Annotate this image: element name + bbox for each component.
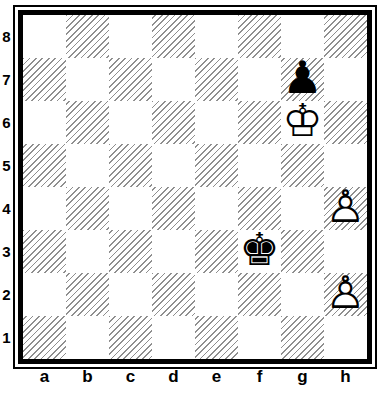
square-b1[interactable] xyxy=(66,316,109,359)
square-g7[interactable]: ♟ xyxy=(281,58,324,101)
square-b4[interactable] xyxy=(66,187,109,230)
square-g1[interactable] xyxy=(281,316,324,359)
square-d7[interactable] xyxy=(152,58,195,101)
square-a5[interactable] xyxy=(23,144,66,187)
square-e1[interactable] xyxy=(195,316,238,359)
square-c4[interactable] xyxy=(109,187,152,230)
square-f4[interactable] xyxy=(238,187,281,230)
square-g8[interactable] xyxy=(281,15,324,58)
square-d3[interactable] xyxy=(152,230,195,273)
piece-white-pawn-h2[interactable]: ♙ xyxy=(324,271,367,314)
square-d5[interactable] xyxy=(152,144,195,187)
square-a7[interactable] xyxy=(23,58,66,101)
square-g6[interactable]: ♚♔ xyxy=(281,101,324,144)
square-g5[interactable] xyxy=(281,144,324,187)
square-f2[interactable] xyxy=(238,273,281,316)
square-h2[interactable]: ♟♙ xyxy=(324,273,367,316)
board-inner-border: ♟♚♔♟♙♚♟♙ xyxy=(18,10,372,364)
square-b8[interactable] xyxy=(66,15,109,58)
rank-label-7: 7 xyxy=(0,58,13,101)
square-c7[interactable] xyxy=(109,58,152,101)
chess-board: ♟♚♔♟♙♚♟♙ xyxy=(23,15,367,359)
file-label-c: c xyxy=(109,367,152,387)
file-label-f: f xyxy=(238,367,281,387)
file-label-g: g xyxy=(281,367,324,387)
file-label-d: d xyxy=(152,367,195,387)
square-a3[interactable] xyxy=(23,230,66,273)
piece-fill-white-pawn-h4: ♟ xyxy=(324,185,367,228)
piece-black-pawn-g7[interactable]: ♟ xyxy=(281,56,324,99)
square-h1[interactable] xyxy=(324,316,367,359)
square-f1[interactable] xyxy=(238,316,281,359)
square-c8[interactable] xyxy=(109,15,152,58)
square-c6[interactable] xyxy=(109,101,152,144)
square-e4[interactable] xyxy=(195,187,238,230)
square-b2[interactable] xyxy=(66,273,109,316)
square-g2[interactable] xyxy=(281,273,324,316)
square-d1[interactable] xyxy=(152,316,195,359)
square-h5[interactable] xyxy=(324,144,367,187)
square-e6[interactable] xyxy=(195,101,238,144)
square-h3[interactable] xyxy=(324,230,367,273)
rank-label-3: 3 xyxy=(0,230,13,273)
square-g3[interactable] xyxy=(281,230,324,273)
square-c5[interactable] xyxy=(109,144,152,187)
square-b5[interactable] xyxy=(66,144,109,187)
rank-labels: 87654321 xyxy=(0,15,13,359)
board-frame: ♟♚♔♟♙♚♟♙ xyxy=(13,5,377,369)
square-b7[interactable] xyxy=(66,58,109,101)
square-e3[interactable] xyxy=(195,230,238,273)
square-d2[interactable] xyxy=(152,273,195,316)
piece-black-king-f3[interactable]: ♚ xyxy=(238,228,281,271)
square-a2[interactable] xyxy=(23,273,66,316)
square-b6[interactable] xyxy=(66,101,109,144)
piece-fill-white-king-g6: ♚ xyxy=(281,99,324,142)
file-label-a: a xyxy=(23,367,66,387)
file-labels: abcdefgh xyxy=(23,367,367,387)
square-e8[interactable] xyxy=(195,15,238,58)
square-h8[interactable] xyxy=(324,15,367,58)
square-a4[interactable] xyxy=(23,187,66,230)
square-h6[interactable] xyxy=(324,101,367,144)
square-h4[interactable]: ♟♙ xyxy=(324,187,367,230)
square-a8[interactable] xyxy=(23,15,66,58)
square-e2[interactable] xyxy=(195,273,238,316)
square-f8[interactable] xyxy=(238,15,281,58)
square-h7[interactable] xyxy=(324,58,367,101)
square-a1[interactable] xyxy=(23,316,66,359)
rank-label-2: 2 xyxy=(0,273,13,316)
rank-label-1: 1 xyxy=(0,316,13,359)
piece-white-pawn-h4[interactable]: ♙ xyxy=(324,185,367,228)
rank-label-8: 8 xyxy=(0,15,13,58)
square-c1[interactable] xyxy=(109,316,152,359)
square-f5[interactable] xyxy=(238,144,281,187)
piece-fill-white-pawn-h2: ♟ xyxy=(324,271,367,314)
file-label-b: b xyxy=(66,367,109,387)
square-d8[interactable] xyxy=(152,15,195,58)
square-e5[interactable] xyxy=(195,144,238,187)
square-g4[interactable] xyxy=(281,187,324,230)
square-f6[interactable] xyxy=(238,101,281,144)
square-c3[interactable] xyxy=(109,230,152,273)
square-f7[interactable] xyxy=(238,58,281,101)
square-b3[interactable] xyxy=(66,230,109,273)
file-label-e: e xyxy=(195,367,238,387)
square-d6[interactable] xyxy=(152,101,195,144)
chess-diagram: 87654321 ♟♚♔♟♙♚♟♙ abcdefgh xyxy=(0,0,387,394)
square-d4[interactable] xyxy=(152,187,195,230)
rank-label-4: 4 xyxy=(0,187,13,230)
rank-label-6: 6 xyxy=(0,101,13,144)
square-a6[interactable] xyxy=(23,101,66,144)
square-f3[interactable]: ♚ xyxy=(238,230,281,273)
square-e7[interactable] xyxy=(195,58,238,101)
file-label-h: h xyxy=(324,367,367,387)
square-c2[interactable] xyxy=(109,273,152,316)
rank-label-5: 5 xyxy=(0,144,13,187)
piece-white-king-g6[interactable]: ♔ xyxy=(281,99,324,142)
